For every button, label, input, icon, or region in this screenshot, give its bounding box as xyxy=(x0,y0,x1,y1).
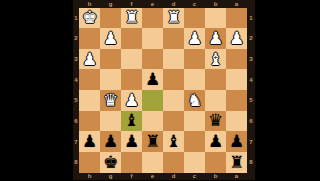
square-b4[interactable] xyxy=(205,69,226,90)
black-pawn[interactable]: ♟ xyxy=(103,133,118,150)
file-label-f: f xyxy=(121,0,142,8)
black-pawn[interactable]: ♟ xyxy=(229,133,244,150)
square-f3[interactable] xyxy=(121,49,142,70)
black-pawn[interactable]: ♟ xyxy=(124,133,139,150)
square-h4[interactable] xyxy=(79,69,100,90)
white-pawn[interactable]: ♟ xyxy=(124,91,139,108)
square-e8[interactable] xyxy=(142,152,163,173)
black-pawn[interactable]: ♟ xyxy=(145,71,160,88)
rank-label-1: 1 xyxy=(247,8,255,29)
white-bishop[interactable]: ♝ xyxy=(208,50,223,67)
white-rook[interactable]: ♜ xyxy=(166,9,181,26)
square-a1[interactable] xyxy=(226,8,247,29)
file-label-e: e xyxy=(142,0,163,8)
black-pawn[interactable]: ♟ xyxy=(82,133,97,150)
square-g1[interactable] xyxy=(100,8,121,29)
square-b2[interactable]: ♟ xyxy=(205,28,226,49)
square-b6[interactable]: ♛ xyxy=(205,111,226,132)
black-queen[interactable]: ♛ xyxy=(208,112,223,129)
file-label-b: b xyxy=(205,173,226,181)
square-h6[interactable] xyxy=(79,111,100,132)
rank-label-4: 4 xyxy=(247,69,255,90)
rank-label-3: 3 xyxy=(247,49,255,70)
square-a3[interactable] xyxy=(226,49,247,70)
square-a5[interactable] xyxy=(226,90,247,111)
square-a6[interactable] xyxy=(226,111,247,132)
square-a4[interactable] xyxy=(226,69,247,90)
square-g4[interactable] xyxy=(100,69,121,90)
file-labels-bottom: hgfedcba xyxy=(79,173,247,181)
square-b3[interactable]: ♝ xyxy=(205,49,226,70)
square-e3[interactable] xyxy=(142,49,163,70)
file-label-h: h xyxy=(79,0,100,8)
rank-label-6: 6 xyxy=(247,111,255,132)
square-c4[interactable] xyxy=(184,69,205,90)
square-e2[interactable] xyxy=(142,28,163,49)
white-knight[interactable]: ♞ xyxy=(187,91,202,108)
square-d3[interactable] xyxy=(163,49,184,70)
square-e1[interactable] xyxy=(142,8,163,29)
white-pawn[interactable]: ♟ xyxy=(208,29,223,46)
square-c7[interactable] xyxy=(184,131,205,152)
white-queen[interactable]: ♛ xyxy=(103,91,118,108)
rank-label-2: 2 xyxy=(247,28,255,49)
black-rook[interactable]: ♜ xyxy=(145,133,160,150)
square-h3[interactable]: ♟ xyxy=(79,49,100,70)
file-label-h: h xyxy=(79,173,100,181)
file-label-c: c xyxy=(184,0,205,8)
square-f2[interactable] xyxy=(121,28,142,49)
rank-label-8: 8 xyxy=(247,152,255,173)
square-b8[interactable] xyxy=(205,152,226,173)
square-e5[interactable] xyxy=(142,90,163,111)
chess-board-frame: hgfedcba 12345678 12345678 hgfedcba ♚♜♜♟… xyxy=(73,0,255,180)
white-pawn[interactable]: ♟ xyxy=(103,29,118,46)
white-pawn[interactable]: ♟ xyxy=(229,29,244,46)
file-label-c: c xyxy=(184,173,205,181)
white-rook[interactable]: ♜ xyxy=(124,9,139,26)
square-c5[interactable]: ♞ xyxy=(184,90,205,111)
square-c2[interactable]: ♟ xyxy=(184,28,205,49)
square-c3[interactable] xyxy=(184,49,205,70)
square-g7[interactable]: ♟ xyxy=(100,131,121,152)
file-label-f: f xyxy=(121,173,142,181)
black-bishop[interactable]: ♝ xyxy=(124,112,139,129)
white-king[interactable]: ♚ xyxy=(82,9,97,26)
square-g5[interactable]: ♛ xyxy=(100,90,121,111)
file-label-g: g xyxy=(100,0,121,8)
file-label-a: a xyxy=(226,173,247,181)
square-a8[interactable]: ♜ xyxy=(226,152,247,173)
white-pawn[interactable]: ♟ xyxy=(187,29,202,46)
square-g6[interactable] xyxy=(100,111,121,132)
square-g8[interactable]: ♚ xyxy=(100,152,121,173)
square-g2[interactable]: ♟ xyxy=(100,28,121,49)
square-d1[interactable]: ♜ xyxy=(163,8,184,29)
square-h5[interactable] xyxy=(79,90,100,111)
file-label-d: d xyxy=(163,0,184,8)
square-h7[interactable]: ♟ xyxy=(79,131,100,152)
file-label-d: d xyxy=(163,173,184,181)
rank-label-5: 5 xyxy=(247,90,255,111)
square-c1[interactable] xyxy=(184,8,205,29)
square-a7[interactable]: ♟ xyxy=(226,131,247,152)
rank-label-7: 7 xyxy=(247,131,255,152)
square-h2[interactable] xyxy=(79,28,100,49)
square-e7[interactable]: ♜ xyxy=(142,131,163,152)
square-f1[interactable]: ♜ xyxy=(121,8,142,29)
rank-labels-right: 12345678 xyxy=(247,8,255,173)
square-b7[interactable]: ♟ xyxy=(205,131,226,152)
square-f4[interactable] xyxy=(121,69,142,90)
square-h8[interactable] xyxy=(79,152,100,173)
white-pawn[interactable]: ♟ xyxy=(82,50,97,67)
square-a2[interactable]: ♟ xyxy=(226,28,247,49)
chess-board: ♚♜♜♟♟♟♟♟♝♟♛♟♞♝♛♟♟♟♜♝♟♟♚♜ xyxy=(79,8,247,173)
square-f6[interactable]: ♝ xyxy=(121,111,142,132)
square-c6[interactable] xyxy=(184,111,205,132)
file-label-e: e xyxy=(142,173,163,181)
square-h1[interactable]: ♚ xyxy=(79,8,100,29)
square-d5[interactable] xyxy=(163,90,184,111)
black-bishop[interactable]: ♝ xyxy=(166,133,181,150)
black-rook[interactable]: ♜ xyxy=(229,153,244,170)
black-pawn[interactable]: ♟ xyxy=(208,133,223,150)
black-king[interactable]: ♚ xyxy=(103,153,118,170)
file-labels-top: hgfedcba xyxy=(79,0,247,8)
file-label-a: a xyxy=(226,0,247,8)
square-f8[interactable] xyxy=(121,152,142,173)
square-d2[interactable] xyxy=(163,28,184,49)
square-e6[interactable] xyxy=(142,111,163,132)
square-d7[interactable]: ♝ xyxy=(163,131,184,152)
square-e4[interactable]: ♟ xyxy=(142,69,163,90)
square-d4[interactable] xyxy=(163,69,184,90)
square-b5[interactable] xyxy=(205,90,226,111)
file-label-g: g xyxy=(100,173,121,181)
square-d6[interactable] xyxy=(163,111,184,132)
square-f5[interactable]: ♟ xyxy=(121,90,142,111)
square-f7[interactable]: ♟ xyxy=(121,131,142,152)
square-g3[interactable] xyxy=(100,49,121,70)
file-label-b: b xyxy=(205,0,226,8)
square-b1[interactable] xyxy=(205,8,226,29)
screenshot-stage: hgfedcba 12345678 12345678 hgfedcba ♚♜♜♟… xyxy=(0,0,320,180)
square-d8[interactable] xyxy=(163,152,184,173)
square-c8[interactable] xyxy=(184,152,205,173)
